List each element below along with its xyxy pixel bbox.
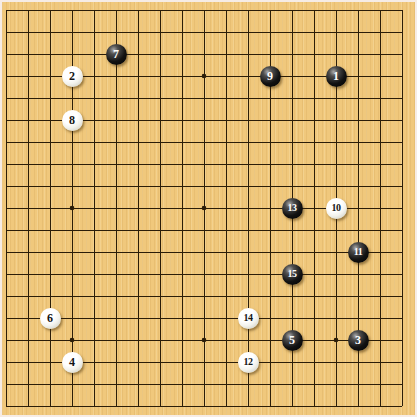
intersection-A13[interactable]	[0, 131, 17, 153]
intersection-G8[interactable]	[127, 241, 149, 263]
intersection-B16[interactable]	[17, 65, 39, 87]
intersection-R17[interactable]	[347, 43, 369, 65]
intersection-H1[interactable]	[149, 395, 171, 417]
intersection-C7[interactable]	[39, 263, 61, 285]
intersection-T8[interactable]	[391, 241, 413, 263]
intersection-M4[interactable]	[237, 329, 259, 351]
intersection-D19[interactable]	[61, 0, 83, 21]
intersection-N13[interactable]	[259, 131, 281, 153]
intersection-F11[interactable]	[105, 175, 127, 197]
intersection-P19[interactable]	[303, 0, 325, 21]
intersection-G19[interactable]	[127, 0, 149, 21]
intersection-N10[interactable]	[259, 197, 281, 219]
intersection-P11[interactable]	[303, 175, 325, 197]
intersection-E12[interactable]	[83, 153, 105, 175]
intersection-D14[interactable]: 8	[61, 109, 83, 131]
intersection-Q15[interactable]	[325, 87, 347, 109]
intersection-S8[interactable]	[369, 241, 391, 263]
intersection-F3[interactable]	[105, 351, 127, 373]
intersection-N6[interactable]	[259, 285, 281, 307]
intersection-K13[interactable]	[193, 131, 215, 153]
intersection-M3[interactable]: 12	[237, 351, 259, 373]
intersection-M19[interactable]	[237, 0, 259, 21]
intersection-A10[interactable]	[0, 197, 17, 219]
intersection-B15[interactable]	[17, 87, 39, 109]
intersection-Q14[interactable]	[325, 109, 347, 131]
intersection-K1[interactable]	[193, 395, 215, 417]
intersection-A17[interactable]	[0, 43, 17, 65]
stone-white-6-C5[interactable]: 6	[40, 308, 61, 329]
intersection-O7[interactable]: 15	[281, 263, 303, 285]
intersection-M11[interactable]	[237, 175, 259, 197]
intersection-L9[interactable]	[215, 219, 237, 241]
intersection-K5[interactable]	[193, 307, 215, 329]
intersection-J16[interactable]	[171, 65, 193, 87]
intersection-M6[interactable]	[237, 285, 259, 307]
intersection-H11[interactable]	[149, 175, 171, 197]
intersection-N8[interactable]	[259, 241, 281, 263]
intersection-C4[interactable]	[39, 329, 61, 351]
intersection-C6[interactable]	[39, 285, 61, 307]
intersection-T4[interactable]	[391, 329, 413, 351]
intersection-R4[interactable]: 3	[347, 329, 369, 351]
intersection-L13[interactable]	[215, 131, 237, 153]
intersection-O1[interactable]	[281, 395, 303, 417]
intersection-K3[interactable]	[193, 351, 215, 373]
intersection-P15[interactable]	[303, 87, 325, 109]
intersection-B9[interactable]	[17, 219, 39, 241]
intersection-T7[interactable]	[391, 263, 413, 285]
intersection-F12[interactable]	[105, 153, 127, 175]
intersection-N9[interactable]	[259, 219, 281, 241]
intersection-G14[interactable]	[127, 109, 149, 131]
intersection-N18[interactable]	[259, 21, 281, 43]
intersection-M2[interactable]	[237, 373, 259, 395]
intersection-N3[interactable]	[259, 351, 281, 373]
intersection-M10[interactable]	[237, 197, 259, 219]
intersection-C11[interactable]	[39, 175, 61, 197]
intersection-A3[interactable]	[0, 351, 17, 373]
intersection-H16[interactable]	[149, 65, 171, 87]
intersection-R5[interactable]	[347, 307, 369, 329]
intersection-C14[interactable]	[39, 109, 61, 131]
intersection-H10[interactable]	[149, 197, 171, 219]
intersection-P12[interactable]	[303, 153, 325, 175]
intersection-E13[interactable]	[83, 131, 105, 153]
intersection-Q13[interactable]	[325, 131, 347, 153]
intersection-Q1[interactable]	[325, 395, 347, 417]
intersection-C3[interactable]	[39, 351, 61, 373]
intersection-O10[interactable]: 13	[281, 197, 303, 219]
intersection-P16[interactable]	[303, 65, 325, 87]
intersection-S18[interactable]	[369, 21, 391, 43]
intersection-C2[interactable]	[39, 373, 61, 395]
intersection-C1[interactable]	[39, 395, 61, 417]
intersection-K19[interactable]	[193, 0, 215, 21]
intersection-H3[interactable]	[149, 351, 171, 373]
intersection-L3[interactable]	[215, 351, 237, 373]
intersection-A18[interactable]	[0, 21, 17, 43]
intersection-F1[interactable]	[105, 395, 127, 417]
intersection-C12[interactable]	[39, 153, 61, 175]
intersection-O5[interactable]	[281, 307, 303, 329]
stone-black-3-R4[interactable]: 3	[348, 330, 369, 351]
intersection-F18[interactable]	[105, 21, 127, 43]
intersection-J15[interactable]	[171, 87, 193, 109]
intersection-E9[interactable]	[83, 219, 105, 241]
intersection-R16[interactable]	[347, 65, 369, 87]
intersection-T2[interactable]	[391, 373, 413, 395]
intersection-G5[interactable]	[127, 307, 149, 329]
intersection-T9[interactable]	[391, 219, 413, 241]
intersection-M12[interactable]	[237, 153, 259, 175]
intersection-A8[interactable]	[0, 241, 17, 263]
intersection-A16[interactable]	[0, 65, 17, 87]
intersection-N17[interactable]	[259, 43, 281, 65]
intersection-O18[interactable]	[281, 21, 303, 43]
intersection-F9[interactable]	[105, 219, 127, 241]
intersection-E6[interactable]	[83, 285, 105, 307]
intersection-L14[interactable]	[215, 109, 237, 131]
intersection-J12[interactable]	[171, 153, 193, 175]
intersection-Q5[interactable]	[325, 307, 347, 329]
intersection-J11[interactable]	[171, 175, 193, 197]
intersection-S1[interactable]	[369, 395, 391, 417]
intersection-B17[interactable]	[17, 43, 39, 65]
intersection-P13[interactable]	[303, 131, 325, 153]
intersection-E11[interactable]	[83, 175, 105, 197]
intersection-F19[interactable]	[105, 0, 127, 21]
intersection-B19[interactable]	[17, 0, 39, 21]
intersection-S4[interactable]	[369, 329, 391, 351]
intersection-F10[interactable]	[105, 197, 127, 219]
intersection-L1[interactable]	[215, 395, 237, 417]
intersection-H18[interactable]	[149, 21, 171, 43]
intersection-Q8[interactable]	[325, 241, 347, 263]
intersection-A19[interactable]	[0, 0, 17, 21]
intersection-D6[interactable]	[61, 285, 83, 307]
intersection-B14[interactable]	[17, 109, 39, 131]
intersection-N15[interactable]	[259, 87, 281, 109]
intersection-M17[interactable]	[237, 43, 259, 65]
intersection-P7[interactable]	[303, 263, 325, 285]
intersection-K9[interactable]	[193, 219, 215, 241]
intersection-D2[interactable]	[61, 373, 83, 395]
intersection-G1[interactable]	[127, 395, 149, 417]
intersection-F15[interactable]	[105, 87, 127, 109]
intersection-R6[interactable]	[347, 285, 369, 307]
intersection-J10[interactable]	[171, 197, 193, 219]
intersection-K14[interactable]	[193, 109, 215, 131]
intersection-E2[interactable]	[83, 373, 105, 395]
intersection-B7[interactable]	[17, 263, 39, 285]
intersection-G17[interactable]	[127, 43, 149, 65]
intersection-B2[interactable]	[17, 373, 39, 395]
intersection-R19[interactable]	[347, 0, 369, 21]
intersection-P9[interactable]	[303, 219, 325, 241]
intersection-G3[interactable]	[127, 351, 149, 373]
intersection-F5[interactable]	[105, 307, 127, 329]
intersection-L8[interactable]	[215, 241, 237, 263]
intersection-O17[interactable]	[281, 43, 303, 65]
intersection-Q11[interactable]	[325, 175, 347, 197]
intersection-A9[interactable]	[0, 219, 17, 241]
intersection-T10[interactable]	[391, 197, 413, 219]
intersection-K18[interactable]	[193, 21, 215, 43]
intersection-N5[interactable]	[259, 307, 281, 329]
intersection-S7[interactable]	[369, 263, 391, 285]
intersection-Q19[interactable]	[325, 0, 347, 21]
intersection-E3[interactable]	[83, 351, 105, 373]
stone-black-5-O4[interactable]: 5	[282, 330, 303, 351]
intersection-F14[interactable]	[105, 109, 127, 131]
intersection-T3[interactable]	[391, 351, 413, 373]
intersection-S14[interactable]	[369, 109, 391, 131]
intersection-P8[interactable]	[303, 241, 325, 263]
intersection-G4[interactable]	[127, 329, 149, 351]
intersection-O14[interactable]	[281, 109, 303, 131]
intersection-E15[interactable]	[83, 87, 105, 109]
intersection-L17[interactable]	[215, 43, 237, 65]
intersection-A2[interactable]	[0, 373, 17, 395]
intersection-T11[interactable]	[391, 175, 413, 197]
intersection-Q6[interactable]	[325, 285, 347, 307]
intersection-D16[interactable]: 2	[61, 65, 83, 87]
stone-white-12-M3[interactable]: 12	[238, 352, 259, 373]
intersection-N12[interactable]	[259, 153, 281, 175]
intersection-J3[interactable]	[171, 351, 193, 373]
intersection-R15[interactable]	[347, 87, 369, 109]
intersection-D17[interactable]	[61, 43, 83, 65]
intersection-T16[interactable]	[391, 65, 413, 87]
intersection-L11[interactable]	[215, 175, 237, 197]
intersection-Q3[interactable]	[325, 351, 347, 373]
intersection-S15[interactable]	[369, 87, 391, 109]
intersection-R2[interactable]	[347, 373, 369, 395]
intersection-K2[interactable]	[193, 373, 215, 395]
intersection-F16[interactable]	[105, 65, 127, 87]
intersection-G15[interactable]	[127, 87, 149, 109]
intersection-B12[interactable]	[17, 153, 39, 175]
intersection-A14[interactable]	[0, 109, 17, 131]
intersection-H12[interactable]	[149, 153, 171, 175]
intersection-C15[interactable]	[39, 87, 61, 109]
intersection-E8[interactable]	[83, 241, 105, 263]
intersection-E18[interactable]	[83, 21, 105, 43]
intersection-L4[interactable]	[215, 329, 237, 351]
intersection-K11[interactable]	[193, 175, 215, 197]
intersection-F6[interactable]	[105, 285, 127, 307]
intersection-C19[interactable]	[39, 0, 61, 21]
intersection-D11[interactable]	[61, 175, 83, 197]
intersection-H14[interactable]	[149, 109, 171, 131]
intersection-O19[interactable]	[281, 0, 303, 21]
intersection-C5[interactable]: 6	[39, 307, 61, 329]
intersection-R10[interactable]	[347, 197, 369, 219]
intersection-K16[interactable]	[193, 65, 215, 87]
intersection-A7[interactable]	[0, 263, 17, 285]
intersection-R1[interactable]	[347, 395, 369, 417]
intersection-C8[interactable]	[39, 241, 61, 263]
intersection-O12[interactable]	[281, 153, 303, 175]
stone-black-1-Q16[interactable]: 1	[326, 66, 347, 87]
intersection-N2[interactable]	[259, 373, 281, 395]
intersection-G11[interactable]	[127, 175, 149, 197]
intersection-A1[interactable]	[0, 395, 17, 417]
intersection-O16[interactable]	[281, 65, 303, 87]
intersection-T14[interactable]	[391, 109, 413, 131]
intersection-H15[interactable]	[149, 87, 171, 109]
intersection-K10[interactable]	[193, 197, 215, 219]
intersection-D3[interactable]: 4	[61, 351, 83, 373]
intersection-K7[interactable]	[193, 263, 215, 285]
intersection-R14[interactable]	[347, 109, 369, 131]
intersection-L6[interactable]	[215, 285, 237, 307]
intersection-N14[interactable]	[259, 109, 281, 131]
intersection-M18[interactable]	[237, 21, 259, 43]
intersection-N1[interactable]	[259, 395, 281, 417]
intersection-K15[interactable]	[193, 87, 215, 109]
intersection-S16[interactable]	[369, 65, 391, 87]
stone-black-15-O7[interactable]: 15	[282, 264, 303, 285]
intersection-L12[interactable]	[215, 153, 237, 175]
intersection-J4[interactable]	[171, 329, 193, 351]
intersection-G16[interactable]	[127, 65, 149, 87]
intersection-G12[interactable]	[127, 153, 149, 175]
intersection-K6[interactable]	[193, 285, 215, 307]
intersection-Q2[interactable]	[325, 373, 347, 395]
intersection-M5[interactable]: 14	[237, 307, 259, 329]
intersection-O11[interactable]	[281, 175, 303, 197]
intersection-D9[interactable]	[61, 219, 83, 241]
intersection-H19[interactable]	[149, 0, 171, 21]
intersection-T13[interactable]	[391, 131, 413, 153]
intersection-E1[interactable]	[83, 395, 105, 417]
intersection-T18[interactable]	[391, 21, 413, 43]
intersection-L15[interactable]	[215, 87, 237, 109]
intersection-N7[interactable]	[259, 263, 281, 285]
intersection-C13[interactable]	[39, 131, 61, 153]
intersection-J2[interactable]	[171, 373, 193, 395]
intersection-R18[interactable]	[347, 21, 369, 43]
intersection-J18[interactable]	[171, 21, 193, 43]
intersection-T6[interactable]	[391, 285, 413, 307]
intersection-K12[interactable]	[193, 153, 215, 175]
intersection-L2[interactable]	[215, 373, 237, 395]
intersection-H9[interactable]	[149, 219, 171, 241]
intersection-J6[interactable]	[171, 285, 193, 307]
intersection-D1[interactable]	[61, 395, 83, 417]
intersection-N16[interactable]: 9	[259, 65, 281, 87]
intersection-R7[interactable]	[347, 263, 369, 285]
intersection-Q16[interactable]: 1	[325, 65, 347, 87]
intersection-R8[interactable]: 11	[347, 241, 369, 263]
intersection-S11[interactable]	[369, 175, 391, 197]
intersection-R9[interactable]	[347, 219, 369, 241]
stone-white-10-Q10[interactable]: 10	[326, 198, 347, 219]
intersection-G7[interactable]	[127, 263, 149, 285]
intersection-J19[interactable]	[171, 0, 193, 21]
intersection-B10[interactable]	[17, 197, 39, 219]
intersection-N11[interactable]	[259, 175, 281, 197]
stone-black-9-N16[interactable]: 9	[260, 66, 281, 87]
intersection-T5[interactable]	[391, 307, 413, 329]
intersection-D13[interactable]	[61, 131, 83, 153]
intersection-J7[interactable]	[171, 263, 193, 285]
intersection-M7[interactable]	[237, 263, 259, 285]
intersection-A5[interactable]	[0, 307, 17, 329]
intersection-Q17[interactable]	[325, 43, 347, 65]
intersection-L19[interactable]	[215, 0, 237, 21]
intersection-M15[interactable]	[237, 87, 259, 109]
intersection-D4[interactable]	[61, 329, 83, 351]
intersection-E10[interactable]	[83, 197, 105, 219]
intersection-B5[interactable]	[17, 307, 39, 329]
intersection-K4[interactable]	[193, 329, 215, 351]
stone-white-14-M5[interactable]: 14	[238, 308, 259, 329]
intersection-F8[interactable]	[105, 241, 127, 263]
intersection-D12[interactable]	[61, 153, 83, 175]
intersection-G2[interactable]	[127, 373, 149, 395]
intersection-C16[interactable]	[39, 65, 61, 87]
intersection-H5[interactable]	[149, 307, 171, 329]
intersection-G18[interactable]	[127, 21, 149, 43]
intersection-E17[interactable]	[83, 43, 105, 65]
intersection-T12[interactable]	[391, 153, 413, 175]
intersection-B3[interactable]	[17, 351, 39, 373]
intersection-P5[interactable]	[303, 307, 325, 329]
intersection-K17[interactable]	[193, 43, 215, 65]
intersection-R11[interactable]	[347, 175, 369, 197]
intersection-M9[interactable]	[237, 219, 259, 241]
intersection-B11[interactable]	[17, 175, 39, 197]
intersection-G10[interactable]	[127, 197, 149, 219]
intersection-A4[interactable]	[0, 329, 17, 351]
intersection-P10[interactable]	[303, 197, 325, 219]
intersection-T19[interactable]	[391, 0, 413, 21]
intersection-J13[interactable]	[171, 131, 193, 153]
intersection-S12[interactable]	[369, 153, 391, 175]
intersection-P4[interactable]	[303, 329, 325, 351]
intersection-S9[interactable]	[369, 219, 391, 241]
intersection-Q7[interactable]	[325, 263, 347, 285]
intersection-O4[interactable]: 5	[281, 329, 303, 351]
intersection-J14[interactable]	[171, 109, 193, 131]
intersection-H17[interactable]	[149, 43, 171, 65]
intersection-G9[interactable]	[127, 219, 149, 241]
intersection-B1[interactable]	[17, 395, 39, 417]
intersection-P6[interactable]	[303, 285, 325, 307]
intersection-P2[interactable]	[303, 373, 325, 395]
intersection-T1[interactable]	[391, 395, 413, 417]
stone-white-2-D16[interactable]: 2	[62, 66, 83, 87]
intersection-F17[interactable]: 7	[105, 43, 127, 65]
intersection-J5[interactable]	[171, 307, 193, 329]
intersection-H4[interactable]	[149, 329, 171, 351]
intersection-F2[interactable]	[105, 373, 127, 395]
intersection-C10[interactable]	[39, 197, 61, 219]
intersection-N4[interactable]	[259, 329, 281, 351]
intersection-D7[interactable]	[61, 263, 83, 285]
intersection-F7[interactable]	[105, 263, 127, 285]
intersection-L18[interactable]	[215, 21, 237, 43]
intersection-B4[interactable]	[17, 329, 39, 351]
stone-black-7-F17[interactable]: 7	[106, 44, 127, 65]
intersection-L5[interactable]	[215, 307, 237, 329]
intersection-F13[interactable]	[105, 131, 127, 153]
intersection-M13[interactable]	[237, 131, 259, 153]
stone-black-11-R8[interactable]: 11	[348, 242, 369, 263]
